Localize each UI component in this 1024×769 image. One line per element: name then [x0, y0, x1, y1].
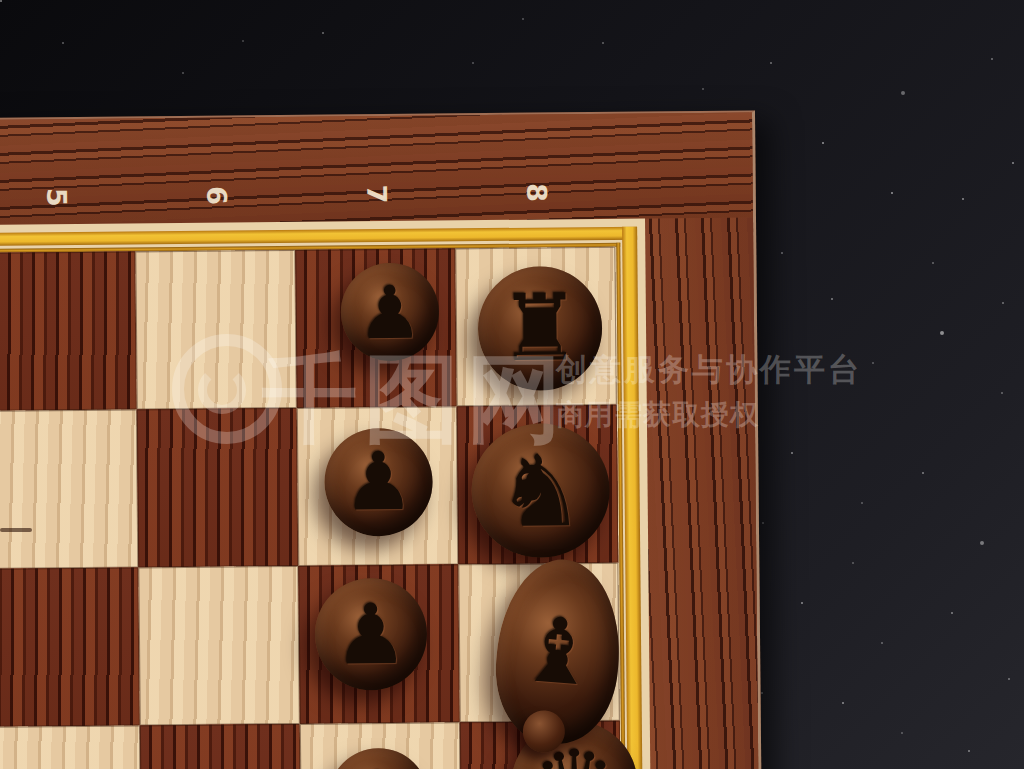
pawn-glyph: ♟	[342, 442, 414, 523]
square-d6	[140, 724, 302, 769]
board-scratch	[0, 528, 32, 532]
rank-label-6: 6	[201, 186, 232, 205]
rank-label-5: 5	[41, 188, 72, 207]
pawn-glyph: ♟	[345, 761, 412, 769]
piece-black-rook-a8: ♜	[477, 266, 602, 391]
board-frame-right: ABC	[638, 218, 759, 769]
square-c5	[0, 567, 140, 727]
piece-black-knight-b8: ♞	[471, 423, 610, 558]
rook-glyph: ♜	[498, 282, 581, 375]
square-c6	[138, 566, 300, 726]
square-a6	[135, 250, 297, 410]
chess-board: 5678 ABC ♟♟♟♟♜♞♛♝	[0, 111, 762, 769]
square-b6	[137, 408, 299, 568]
rank-label-7: 7	[361, 185, 392, 204]
knight-glyph: ♞	[496, 441, 586, 541]
piece-black-pawn-c7: ♟	[314, 578, 427, 691]
square-b5	[0, 409, 138, 569]
pawn-glyph: ♟	[357, 275, 423, 349]
board-frame-top: 5678	[0, 113, 753, 225]
photo-scene: 5678 ABC ♟♟♟♟♜♞♛♝ 千图网 创意服务与协作平台 商用需获取授权	[0, 0, 1024, 769]
square-d5	[0, 725, 141, 769]
stone-speckles	[0, 0, 2, 2]
bishop-glyph: ♝	[514, 603, 601, 699]
piece-black-pawn-a7: ♟	[340, 263, 439, 362]
piece-black-pawn-b7: ♟	[324, 428, 433, 537]
rank-label-8: 8	[521, 183, 552, 202]
pawn-glyph: ♟	[333, 592, 408, 676]
square-a5	[0, 251, 137, 411]
